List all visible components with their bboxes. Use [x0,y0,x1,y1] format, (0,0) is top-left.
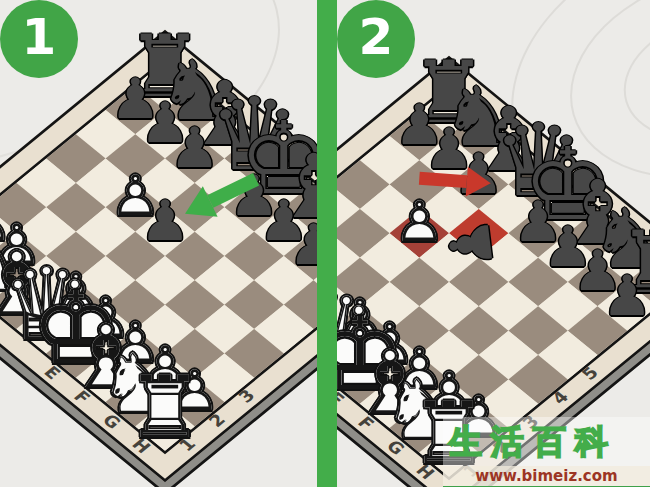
step-2-panel: EFGH12345 2 生活百科 www.bimeiz.com ♜♞♟♝♟♛♟♚… [337,0,650,487]
step-number-badge: 1 [0,0,78,78]
watermark-url: www.bimeiz.com [443,466,650,486]
step-number: 2 [359,8,394,66]
step-number-badge: 2 [337,0,415,78]
step-number: 1 [22,8,57,66]
watermark: 生活百科 www.bimeiz.com [443,417,650,487]
panel-divider [317,0,337,487]
watermark-title: 生活百科 [443,417,650,466]
step-1-panel: EFGH123 1 ♜♞♟♝♟♛♟♚♝♟♟♙♞♟♟♟♙♜♟♟♙♜♖♟♞♘♟♙♝♗… [0,0,317,487]
tutorial-illustration: EFGH123 1 ♜♞♟♝♟♛♟♚♝♟♟♙♞♟♟♟♙♜♟♟♙♜♖♟♞♘♟♙♝♗… [0,0,650,487]
